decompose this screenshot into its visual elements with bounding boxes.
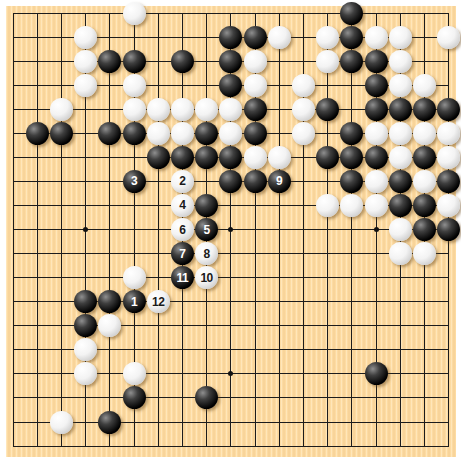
stone-black	[244, 98, 267, 121]
stone-black	[340, 2, 363, 25]
stone-black	[74, 290, 97, 313]
stone-white	[316, 50, 339, 73]
stone-black	[171, 50, 194, 73]
stone-white	[365, 122, 388, 145]
stone-white	[74, 50, 97, 73]
stone-black	[340, 146, 363, 169]
stone-black	[340, 122, 363, 145]
stone-white	[74, 338, 97, 361]
stone-black	[413, 98, 436, 121]
stone-black	[389, 170, 412, 193]
stone-black	[98, 50, 121, 73]
stone-black	[123, 122, 146, 145]
stone-white	[413, 170, 436, 193]
stone-black	[437, 170, 460, 193]
stone-black	[219, 50, 242, 73]
stone-black	[365, 74, 388, 97]
stone-white-move-4: 4	[171, 194, 194, 217]
stone-black	[316, 98, 339, 121]
stone-white	[147, 122, 170, 145]
stone-black	[413, 218, 436, 241]
stone-white	[389, 122, 412, 145]
stone-white-move-12: 12	[147, 290, 170, 313]
stone-black-move-9: 9	[268, 170, 291, 193]
stone-black	[437, 98, 460, 121]
go-diagram-page: 329465781110112	[0, 0, 461, 463]
stone-black	[50, 122, 73, 145]
stone-black	[413, 146, 436, 169]
stone-white	[389, 242, 412, 265]
stone-black	[195, 386, 218, 409]
stone-black	[171, 146, 194, 169]
stone-white	[316, 194, 339, 217]
stone-white	[389, 74, 412, 97]
stone-white	[195, 98, 218, 121]
grid-line-horizontal	[13, 277, 450, 278]
grid-line-horizontal	[13, 253, 450, 254]
stone-white	[437, 194, 460, 217]
stone-black	[365, 50, 388, 73]
stone-white	[413, 122, 436, 145]
stone-black	[195, 122, 218, 145]
stone-white	[292, 74, 315, 97]
stone-white	[98, 314, 121, 337]
stone-white	[74, 362, 97, 385]
stone-black-move-3: 3	[123, 170, 146, 193]
stone-white	[219, 98, 242, 121]
grid-line-vertical	[351, 13, 352, 447]
stone-black-move-7: 7	[171, 242, 194, 265]
stone-black	[340, 26, 363, 49]
stone-white	[74, 26, 97, 49]
stone-black	[389, 98, 412, 121]
stone-white	[74, 74, 97, 97]
stone-black	[365, 98, 388, 121]
stone-black	[365, 146, 388, 169]
stone-white	[365, 194, 388, 217]
stone-white	[123, 2, 146, 25]
stone-black	[147, 146, 170, 169]
stone-black	[244, 170, 267, 193]
stone-black	[340, 50, 363, 73]
stone-black-move-1: 1	[123, 290, 146, 313]
stone-black-move-5: 5	[195, 218, 218, 241]
stone-black	[219, 170, 242, 193]
stone-white	[123, 74, 146, 97]
stone-black	[195, 146, 218, 169]
stone-white-move-8: 8	[195, 242, 218, 265]
stone-black	[98, 122, 121, 145]
stone-black	[219, 26, 242, 49]
stone-white	[171, 122, 194, 145]
stone-white	[244, 146, 267, 169]
stone-white	[123, 266, 146, 289]
stone-black	[98, 290, 121, 313]
stone-black	[26, 122, 49, 145]
stone-white	[389, 26, 412, 49]
stone-white	[437, 122, 460, 145]
stone-white	[365, 26, 388, 49]
go-board: 329465781110112	[6, 6, 456, 457]
stone-white	[389, 50, 412, 73]
stone-black	[123, 50, 146, 73]
stone-white-move-10: 10	[195, 266, 218, 289]
star-point	[374, 227, 379, 232]
grid-line-horizontal	[13, 422, 450, 423]
grid-line-horizontal	[13, 446, 450, 447]
stone-white	[389, 218, 412, 241]
stone-black	[195, 194, 218, 217]
grid-line-vertical	[327, 13, 328, 447]
stone-black	[413, 194, 436, 217]
stone-white	[147, 98, 170, 121]
star-point	[228, 227, 233, 232]
stone-white	[389, 146, 412, 169]
stone-white	[244, 74, 267, 97]
stone-black	[74, 314, 97, 337]
stone-white	[244, 50, 267, 73]
stone-black	[316, 146, 339, 169]
stone-white	[268, 26, 291, 49]
grid-line-vertical	[279, 13, 280, 447]
stone-white	[437, 26, 460, 49]
stone-black	[437, 218, 460, 241]
stone-black	[244, 26, 267, 49]
stone-white	[437, 146, 460, 169]
star-point	[228, 371, 233, 376]
stone-black-move-11: 11	[171, 266, 194, 289]
stone-white	[219, 122, 242, 145]
stone-white	[316, 26, 339, 49]
star-point	[83, 227, 88, 232]
stone-black	[98, 411, 121, 434]
stone-white	[268, 146, 291, 169]
stone-white	[365, 170, 388, 193]
stone-white-move-6: 6	[171, 218, 194, 241]
stone-black	[244, 122, 267, 145]
stone-white	[340, 194, 363, 217]
stone-white-move-2: 2	[171, 170, 194, 193]
stone-black	[219, 146, 242, 169]
stone-white	[50, 411, 73, 434]
stone-white	[413, 74, 436, 97]
stone-white	[292, 98, 315, 121]
stone-black	[340, 170, 363, 193]
stone-white	[292, 122, 315, 145]
stone-black	[365, 362, 388, 385]
stone-white	[123, 98, 146, 121]
stone-black	[219, 74, 242, 97]
stone-white	[413, 242, 436, 265]
stone-white	[171, 98, 194, 121]
stone-white	[50, 98, 73, 121]
stone-black	[123, 386, 146, 409]
grid-line-horizontal	[13, 397, 450, 398]
stone-white	[123, 362, 146, 385]
stone-black	[389, 194, 412, 217]
